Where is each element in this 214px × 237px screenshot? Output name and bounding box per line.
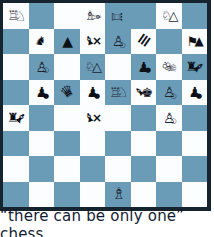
square-a4: ♜♝ [3, 105, 29, 131]
square-h2 [182, 156, 208, 182]
square-e5: ♖♘ [105, 80, 131, 106]
square-f8 [131, 3, 157, 29]
square-f4 [131, 105, 157, 131]
square-d4: ♝× [80, 105, 106, 131]
square-g4: ♙○ [156, 105, 182, 131]
square-a5 [3, 80, 29, 106]
square-f2 [131, 156, 157, 182]
square-c6 [54, 54, 80, 80]
square-c7: ▲ [54, 29, 80, 55]
square-a3 [3, 131, 29, 157]
square-d2 [80, 156, 106, 182]
piece-g4-white: ♙○ [163, 111, 175, 125]
square-b7: ♞ [29, 29, 55, 55]
piece-b5-black: ♟● [35, 85, 47, 99]
square-b3 [29, 131, 55, 157]
square-f6: ♟● [131, 54, 157, 80]
square-h4 [182, 105, 208, 131]
square-h1 [182, 182, 208, 208]
piece-d7-black: ♝× [84, 35, 100, 47]
piece-b7-black: ♞ [37, 35, 46, 47]
square-e1: ♗ [105, 182, 131, 208]
piece-f5-black: ♝♚ [135, 86, 151, 99]
piece-d5-black: ♟● [86, 85, 98, 99]
square-b5: ♟● [29, 80, 55, 106]
square-h7: ⚑▲ [182, 29, 208, 55]
piece-e8-white: ♖ [112, 9, 123, 23]
square-d8: ♗♗ [80, 3, 106, 29]
square-g6: ♔♕ [156, 54, 182, 80]
piece-g6-white: ♔♕ [162, 61, 176, 73]
piece-h5-black: ♟● [188, 85, 200, 99]
chess-board: ♖♘♗♗♖♘△♞▲♝×♙○≡⚑▲♙○♘△♟●♔♕♜♝♟●♛♟●♖♘♝♚♙○♟●♜… [3, 3, 207, 207]
square-c8 [54, 3, 80, 29]
square-g5: ♙○ [156, 80, 182, 106]
square-d6: ♘△ [80, 54, 106, 80]
caption: “there can be only one” chess [0, 212, 214, 237]
square-h6: ♜♝ [182, 54, 208, 80]
square-e7: ♙○ [105, 29, 131, 55]
piece-d6-white: ♘△ [84, 60, 100, 73]
square-h5: ♟● [182, 80, 208, 106]
piece-a8-white: ♖♘ [7, 9, 24, 23]
piece-h6-black: ♜♝ [186, 60, 203, 73]
piece-b6-white: ♙○ [35, 60, 47, 74]
square-c2 [54, 156, 80, 182]
piece-c5-black: ♛ [61, 85, 72, 100]
square-b6: ♙○ [29, 54, 55, 80]
square-g3 [156, 131, 182, 157]
piece-d4-black: ♝× [84, 112, 100, 124]
square-e2 [105, 156, 131, 182]
piece-g8-white: ♘△ [161, 9, 177, 22]
square-a8: ♖♘ [3, 3, 29, 29]
square-d5: ♟● [80, 80, 106, 106]
square-e4 [105, 105, 131, 131]
square-c1 [54, 182, 80, 208]
square-f1 [131, 182, 157, 208]
square-f7: ≡ [131, 29, 157, 55]
square-c3 [54, 131, 80, 157]
square-g1 [156, 182, 182, 208]
piece-e7-white: ♙○ [112, 34, 124, 48]
square-b4 [29, 105, 55, 131]
square-b8 [29, 3, 55, 29]
square-h8 [182, 3, 208, 29]
square-e6 [105, 54, 131, 80]
piece-a4-black: ♜♝ [7, 111, 24, 124]
square-f3 [131, 131, 157, 157]
square-h3 [182, 131, 208, 157]
square-g2 [156, 156, 182, 182]
piece-h7-black: ⚑▲ [187, 35, 202, 48]
piece-d8-white: ♗♗ [84, 9, 100, 22]
square-g7 [156, 29, 182, 55]
piece-g5-white: ♙○ [163, 85, 175, 99]
square-d7: ♝× [80, 29, 106, 55]
piece-e1-white: ♗ [112, 186, 124, 202]
square-d3 [80, 131, 106, 157]
square-g8: ♘△ [156, 3, 182, 29]
square-a7 [3, 29, 29, 55]
piece-f6-black: ♟● [137, 60, 149, 74]
piece-f7-black: ≡ [138, 33, 149, 49]
board-frame: ♖♘♗♗♖♘△♞▲♝×♙○≡⚑▲♙○♘△♟●♔♕♜♝♟●♛♟●♖♘♝♚♙○♟●♜… [0, 0, 211, 211]
square-e8: ♖ [105, 3, 131, 29]
square-b2 [29, 156, 55, 182]
square-a1 [3, 182, 29, 208]
square-e3 [105, 131, 131, 157]
square-d1 [80, 182, 106, 208]
square-a6 [3, 54, 29, 80]
piece-c7-black: ▲ [62, 34, 71, 48]
square-c5: ♛ [54, 80, 80, 106]
square-a2 [3, 156, 29, 182]
square-c4 [54, 105, 80, 131]
piece-e5-white: ♖♘ [109, 85, 126, 99]
square-f5: ♝♚ [131, 80, 157, 106]
square-b1 [29, 182, 55, 208]
